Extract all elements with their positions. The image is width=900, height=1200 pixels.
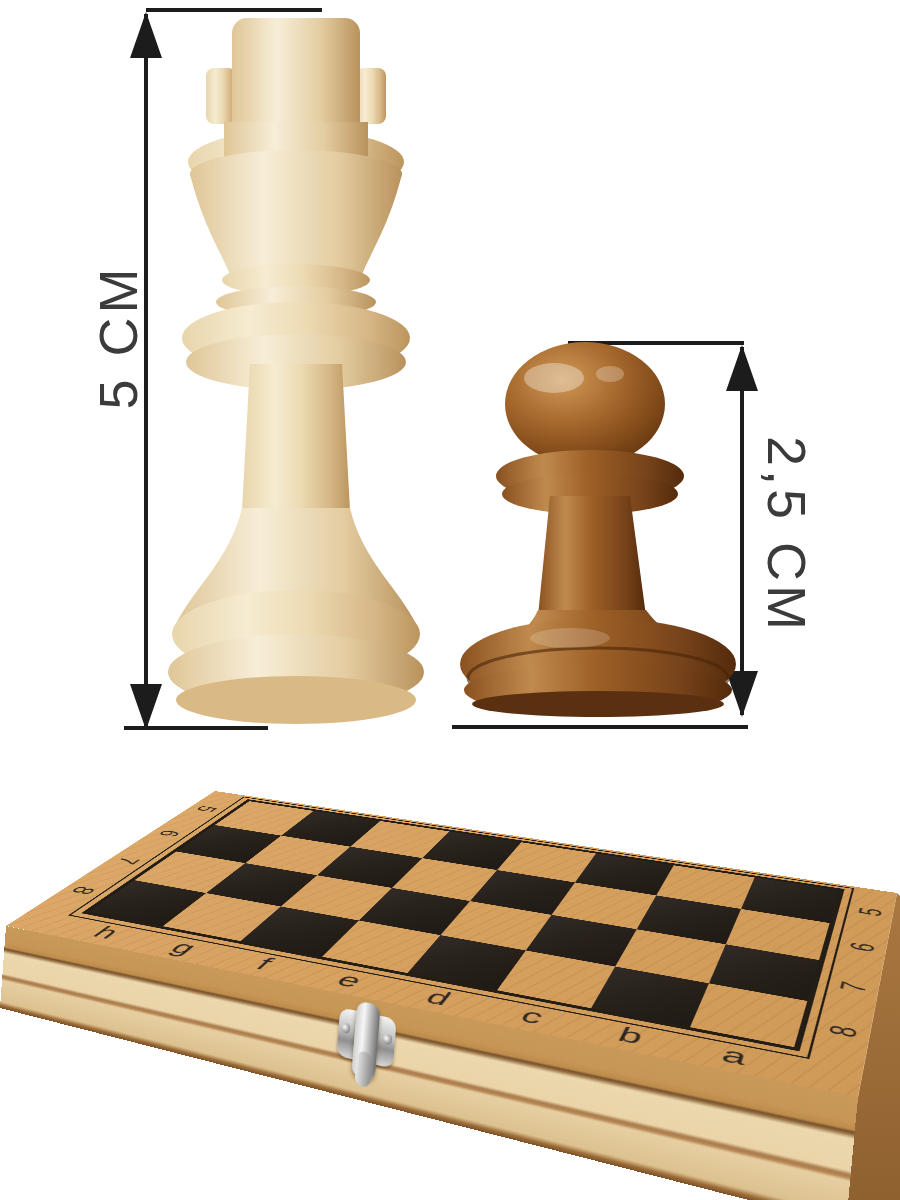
white-king-piece [158,12,434,736]
pawn-bottom-tick [452,725,748,729]
king-body [182,150,410,510]
king-base [168,508,424,724]
clasp-loop [354,1050,372,1088]
king-height-label: 5 CM [88,237,148,437]
pawn-base [460,496,736,717]
pawn-height-label: 2,5 CM [756,415,818,655]
brown-pawn-piece [450,338,746,718]
pawn-head [496,342,684,514]
product-photo: 5 CM 2,5 CM [0,0,900,1200]
clasp-latch [334,997,398,1101]
